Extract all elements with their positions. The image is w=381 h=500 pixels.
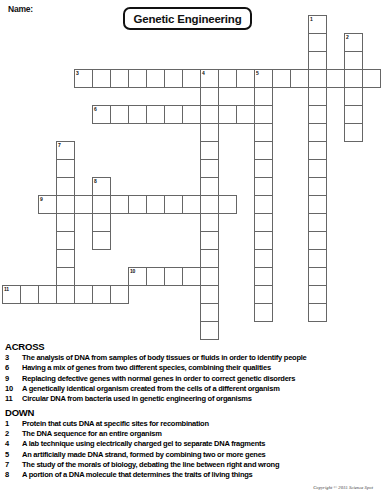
- grid-cell[interactable]: [326, 69, 345, 88]
- clue-text: A lab technique using electrically charg…: [22, 439, 377, 449]
- cell-number: 11: [4, 286, 9, 292]
- grid-cell[interactable]: [200, 231, 219, 250]
- clue-text: Having a mix of genes from two different…: [22, 363, 377, 373]
- clue-text: The analysis of DNA from samples of body…: [22, 353, 377, 363]
- grid-cell[interactable]: [164, 267, 183, 286]
- grid-cell[interactable]: 3: [74, 69, 93, 88]
- grid-cell[interactable]: [200, 87, 219, 106]
- grid-cell[interactable]: [146, 195, 165, 214]
- grid-cell[interactable]: [56, 195, 75, 214]
- grid-cell[interactable]: [254, 285, 273, 304]
- grid-cell[interactable]: [362, 69, 381, 88]
- grid-cell[interactable]: [200, 141, 219, 160]
- grid-cell[interactable]: [254, 267, 273, 286]
- clue-row: 5An artificially made DNA strand, formed…: [5, 450, 377, 460]
- grid-cell[interactable]: [92, 213, 111, 232]
- grid-cell[interactable]: [92, 231, 111, 250]
- grid-cell[interactable]: [308, 177, 327, 196]
- grid-cell[interactable]: [308, 51, 327, 70]
- grid-cell[interactable]: 4: [200, 69, 219, 88]
- clue-text: Replacing defective genes with normal ge…: [22, 374, 377, 384]
- clue-row: 4A lab technique using electrically char…: [5, 439, 377, 449]
- cell-number: 10: [130, 268, 135, 274]
- clues-section: ACROSS 3The analysis of DNA from samples…: [5, 341, 377, 481]
- grid-cell[interactable]: [92, 195, 111, 214]
- grid-cell[interactable]: [182, 105, 201, 124]
- grid-cell[interactable]: [164, 69, 183, 88]
- grid-cell[interactable]: [254, 195, 273, 214]
- grid-cell[interactable]: [254, 303, 273, 322]
- grid-cell[interactable]: [74, 195, 93, 214]
- cell-number: 3: [76, 70, 79, 76]
- grid-cell[interactable]: [308, 123, 327, 142]
- grid-cell[interactable]: [110, 105, 129, 124]
- grid-cell[interactable]: [308, 303, 327, 322]
- grid-cell[interactable]: [182, 195, 201, 214]
- cell-number: 1: [310, 16, 313, 22]
- grid-cell[interactable]: [164, 195, 183, 214]
- grid-cell[interactable]: [92, 69, 111, 88]
- grid-cell[interactable]: [74, 285, 93, 304]
- grid-cell[interactable]: [254, 141, 273, 160]
- grid-cell[interactable]: [308, 285, 327, 304]
- clue-text: Protein that cuts DNA at specific sites …: [22, 419, 377, 429]
- grid-cell[interactable]: [56, 231, 75, 250]
- grid-cell[interactable]: 6: [92, 105, 111, 124]
- grid-cell[interactable]: [344, 69, 363, 88]
- grid-cell[interactable]: [308, 231, 327, 250]
- grid-cell[interactable]: [236, 69, 255, 88]
- grid-cell[interactable]: [56, 267, 75, 286]
- grid-cell[interactable]: [254, 87, 273, 106]
- grid-cell[interactable]: [128, 105, 147, 124]
- cell-number: 4: [202, 70, 205, 76]
- grid-cell[interactable]: [110, 69, 129, 88]
- grid-cell[interactable]: [146, 69, 165, 88]
- grid-cell[interactable]: [146, 267, 165, 286]
- clue-row: 7The study of the morals of biology, deb…: [5, 460, 377, 470]
- cell-number: 7: [58, 142, 61, 148]
- worksheet-page: Name: Genetic Engineering 1234567891011 …: [0, 0, 381, 500]
- name-label: Name:: [8, 4, 33, 14]
- clue-number: 7: [5, 460, 22, 470]
- clue-text: A portion of a DNA molecule that determi…: [22, 470, 377, 480]
- grid-cell[interactable]: [308, 141, 327, 160]
- clue-number: 4: [5, 439, 22, 449]
- grid-cell[interactable]: 2: [344, 33, 363, 52]
- grid-cell[interactable]: [308, 105, 327, 124]
- grid-cell[interactable]: [236, 105, 255, 124]
- grid-cell[interactable]: [110, 285, 129, 304]
- clue-row: 3The analysis of DNA from samples of bod…: [5, 353, 377, 363]
- clue-row: 10A genetically identical organism creat…: [5, 384, 377, 394]
- grid-cell[interactable]: [128, 69, 147, 88]
- grid-cell[interactable]: [200, 123, 219, 142]
- grid-cell[interactable]: [38, 285, 57, 304]
- clue-text: An artificially made DNA strand, formed …: [22, 450, 377, 460]
- clue-number: 10: [5, 384, 22, 394]
- grid-cell[interactable]: [218, 69, 237, 88]
- clue-number: 5: [5, 450, 22, 460]
- grid-cell[interactable]: [254, 231, 273, 250]
- grid-cell[interactable]: [254, 105, 273, 124]
- grid-cell[interactable]: [20, 285, 39, 304]
- grid-cell[interactable]: [308, 249, 327, 268]
- grid-cell[interactable]: [110, 195, 129, 214]
- grid-cell[interactable]: [308, 69, 327, 88]
- grid-cell[interactable]: 7: [56, 141, 75, 160]
- clue-number: 11: [5, 394, 22, 404]
- clue-row: 6Having a mix of genes from two differen…: [5, 363, 377, 373]
- grid-cell[interactable]: [182, 267, 201, 286]
- cell-number: 9: [40, 196, 43, 202]
- grid-cell[interactable]: [56, 177, 75, 196]
- clue-row: 11Circular DNA from bacteria used in gen…: [5, 394, 377, 404]
- grid-cell[interactable]: [56, 285, 75, 304]
- grid-cell[interactable]: [218, 195, 237, 214]
- grid-cell[interactable]: [254, 123, 273, 142]
- grid-cell[interactable]: [200, 105, 219, 124]
- grid-cell[interactable]: 1: [308, 15, 327, 34]
- grid-cell[interactable]: 8: [92, 177, 111, 196]
- clue-text: Circular DNA from bacteria used in genet…: [22, 394, 377, 404]
- clue-number: 3: [5, 353, 22, 363]
- grid-cell[interactable]: 5: [254, 69, 273, 88]
- down-clue-list: 1Protein that cuts DNA at specific sites…: [5, 419, 377, 481]
- grid-cell[interactable]: [254, 213, 273, 232]
- clue-number: 9: [5, 374, 22, 384]
- clue-row: 2The DNA sequence for an entire organism: [5, 429, 377, 439]
- grid-cell[interactable]: [308, 195, 327, 214]
- grid-cell[interactable]: [56, 159, 75, 178]
- grid-cell[interactable]: [164, 105, 183, 124]
- grid-cell[interactable]: [308, 159, 327, 178]
- grid-cell[interactable]: [200, 159, 219, 178]
- cell-number: 5: [256, 70, 259, 76]
- clue-text: The study of the morals of biology, deba…: [22, 460, 377, 470]
- grid-cell[interactable]: 11: [2, 285, 21, 304]
- grid-cell[interactable]: [308, 267, 327, 286]
- grid-cell[interactable]: [272, 69, 291, 88]
- grid-cell[interactable]: 10: [128, 267, 147, 286]
- grid-cell[interactable]: [200, 303, 219, 322]
- cell-number: 6: [94, 106, 97, 112]
- clue-row: 8A portion of a DNA molecule that determ…: [5, 470, 377, 480]
- copyright: Copyright © 2015 Science Spot: [313, 485, 373, 490]
- grid-cell[interactable]: [200, 213, 219, 232]
- clue-number: 1: [5, 419, 22, 429]
- cell-number: 2: [346, 34, 349, 40]
- grid-cell[interactable]: [200, 321, 219, 340]
- grid-cell[interactable]: [128, 195, 147, 214]
- grid-cell[interactable]: [56, 249, 75, 268]
- grid-cell[interactable]: [56, 213, 75, 232]
- clue-text: The DNA sequence for an entire organism: [22, 429, 377, 439]
- clue-number: 8: [5, 470, 22, 480]
- grid-cell[interactable]: [254, 249, 273, 268]
- grid-cell[interactable]: [200, 249, 219, 268]
- clue-row: 1Protein that cuts DNA at specific sites…: [5, 419, 377, 429]
- crossword-grid: 1234567891011: [2, 15, 381, 340]
- grid-cell[interactable]: [308, 213, 327, 232]
- grid-cell[interactable]: [254, 177, 273, 196]
- grid-cell[interactable]: [254, 159, 273, 178]
- cell-number: 8: [94, 178, 97, 184]
- clue-row: 9Replacing defective genes with normal g…: [5, 374, 377, 384]
- clue-number: 6: [5, 363, 22, 373]
- grid-cell[interactable]: [200, 285, 219, 304]
- across-header: ACROSS: [5, 341, 377, 353]
- grid-cell[interactable]: [200, 267, 219, 286]
- grid-cell[interactable]: 9: [38, 195, 57, 214]
- across-clue-list: 3The analysis of DNA from samples of bod…: [5, 353, 377, 405]
- grid-cell[interactable]: [218, 105, 237, 124]
- grid-cell[interactable]: [344, 105, 363, 124]
- grid-cell[interactable]: [344, 123, 363, 142]
- grid-cell[interactable]: [182, 69, 201, 88]
- clue-number: 2: [5, 429, 22, 439]
- grid-cell[interactable]: [200, 195, 219, 214]
- grid-cell[interactable]: [344, 51, 363, 70]
- grid-cell[interactable]: [290, 69, 309, 88]
- grid-cell[interactable]: [92, 285, 111, 304]
- grid-cell[interactable]: [200, 177, 219, 196]
- clue-text: A genetically identical organism created…: [22, 384, 377, 394]
- grid-cell[interactable]: [308, 33, 327, 52]
- grid-cell[interactable]: [146, 105, 165, 124]
- grid-cell[interactable]: [344, 87, 363, 106]
- grid-cell[interactable]: [308, 87, 327, 106]
- down-header: DOWN: [5, 407, 377, 419]
